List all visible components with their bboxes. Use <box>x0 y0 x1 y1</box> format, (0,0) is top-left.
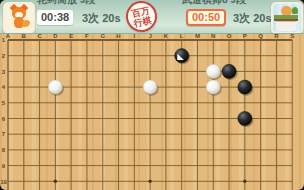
svg-text:6: 6 <box>2 116 6 122</box>
svg-text:3: 3 <box>2 69 6 75</box>
white-stone-N3 <box>206 64 220 78</box>
right-player-name: 武道棋师8 9段 <box>182 0 246 7</box>
black-stone-P4 <box>238 80 252 94</box>
white-stone-N4 <box>206 80 220 94</box>
svg-text:10: 10 <box>0 179 7 185</box>
svg-text:9: 9 <box>2 163 6 169</box>
svg-text:4: 4 <box>2 84 6 90</box>
right-player-timer: 00:50 <box>186 9 226 26</box>
white-stone-J4 <box>143 80 157 94</box>
right-player-byoyomi: 3次 20s <box>233 11 272 26</box>
desk-icon <box>276 21 296 31</box>
svg-text:5: 5 <box>2 100 6 106</box>
right-player-avatar[interactable] <box>271 2 303 34</box>
black-stone-O3 <box>222 64 236 78</box>
left-player-name: 轮到简放 9段 <box>37 0 95 7</box>
fox-go-app-screen: ABCDEFGHIJKLMNOPQRS12345678910 轮到简放 9段 0… <box>0 0 304 190</box>
svg-text:8: 8 <box>2 147 6 153</box>
fox-mascot-icon <box>22 20 30 27</box>
svg-text:2: 2 <box>2 53 6 59</box>
white-stone-D4 <box>48 80 62 94</box>
left-player-timer: 00:38 <box>37 10 73 25</box>
black-stone-L2 <box>175 49 189 63</box>
event-seal: 百万 行棋 <box>123 0 160 34</box>
svg-text:7: 7 <box>2 131 6 137</box>
board-svg[interactable]: ABCDEFGHIJKLMNOPQRS12345678910 <box>0 33 304 190</box>
top-bar: 轮到简放 9段 00:38 3次 20s 百万 行棋 武道棋师8 9段 00:5… <box>0 0 304 34</box>
left-player-byoyomi: 3次 20s <box>82 11 121 26</box>
black-stone-P6 <box>238 111 252 125</box>
plant-icon <box>292 7 298 14</box>
go-board[interactable]: ABCDEFGHIJKLMNOPQRS12345678910 <box>0 33 304 190</box>
left-player-avatar[interactable] <box>3 2 35 34</box>
